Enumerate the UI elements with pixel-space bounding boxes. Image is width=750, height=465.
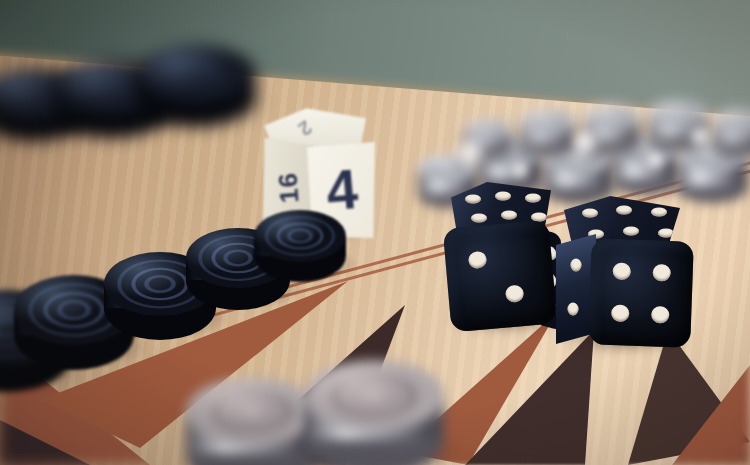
checker-top (186, 378, 318, 446)
foreground-pieces-layer (0, 0, 750, 465)
checker-tint (304, 360, 444, 432)
checker-top (304, 360, 444, 432)
silver-checker[interactable] (304, 360, 444, 465)
backgammon-photo-scene: 2 16 4 (0, 0, 750, 465)
checker-tint (186, 378, 318, 446)
